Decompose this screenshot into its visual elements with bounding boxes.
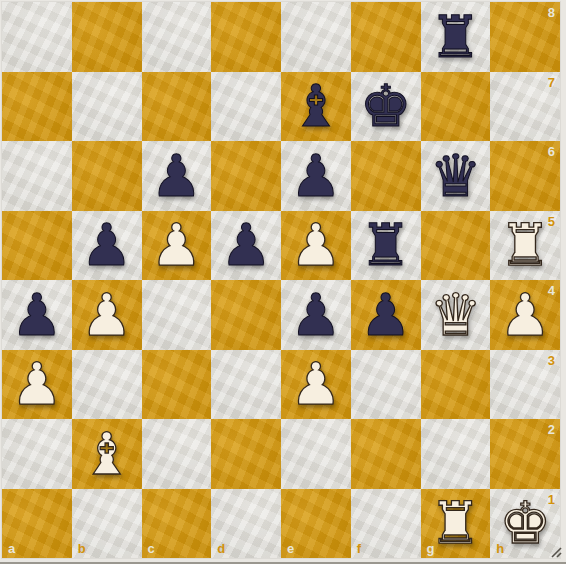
square-e6[interactable]: ♟ xyxy=(281,141,351,211)
rank-label-6: 6 xyxy=(548,145,555,158)
square-c2[interactable] xyxy=(142,419,212,489)
square-g5[interactable] xyxy=(421,211,491,281)
piece-black-pawn[interactable]: ♟ xyxy=(290,147,342,205)
file-label-a: a xyxy=(8,542,15,555)
square-a3[interactable]: ♟ xyxy=(2,350,72,420)
rank-label-3: 3 xyxy=(548,354,555,367)
piece-white-pawn[interactable]: ♟ xyxy=(150,216,202,274)
square-d5[interactable]: ♟ xyxy=(211,211,281,281)
piece-white-pawn[interactable]: ♟ xyxy=(290,355,342,413)
square-a6[interactable] xyxy=(2,141,72,211)
square-e4[interactable]: ♟ xyxy=(281,280,351,350)
square-g6[interactable]: ♛ xyxy=(421,141,491,211)
square-b5[interactable]: ♟ xyxy=(72,211,142,281)
file-label-b: b xyxy=(78,542,86,555)
square-d4[interactable] xyxy=(211,280,281,350)
piece-black-pawn[interactable]: ♟ xyxy=(150,147,202,205)
square-f4[interactable]: ♟ xyxy=(351,280,421,350)
square-d7[interactable] xyxy=(211,72,281,142)
piece-white-pawn[interactable]: ♟ xyxy=(499,286,551,344)
square-a2[interactable] xyxy=(2,419,72,489)
square-e2[interactable] xyxy=(281,419,351,489)
square-h4[interactable]: ♟4 xyxy=(490,280,560,350)
square-h8[interactable]: 8 xyxy=(490,2,560,72)
file-label-e: e xyxy=(287,542,294,555)
square-f5[interactable]: ♜ xyxy=(351,211,421,281)
square-e5[interactable]: ♟ xyxy=(281,211,351,281)
chess-board: ♜8♝♚7♟♟♛6♟♟♟♟♜♜5♟♟♟♟♛♟4♟♟3♝2abcdef♜g♚1h xyxy=(2,2,560,558)
square-h6[interactable]: 6 xyxy=(490,141,560,211)
square-g7[interactable] xyxy=(421,72,491,142)
file-label-c: c xyxy=(148,542,155,555)
file-label-d: d xyxy=(217,542,225,555)
rank-label-7: 7 xyxy=(548,76,555,89)
square-b7[interactable] xyxy=(72,72,142,142)
square-d3[interactable] xyxy=(211,350,281,420)
square-c5[interactable]: ♟ xyxy=(142,211,212,281)
square-f1[interactable]: f xyxy=(351,489,421,559)
piece-white-rook[interactable]: ♜ xyxy=(429,494,481,552)
square-h3[interactable]: 3 xyxy=(490,350,560,420)
square-g3[interactable] xyxy=(421,350,491,420)
piece-black-king[interactable]: ♚ xyxy=(360,77,412,135)
square-f2[interactable] xyxy=(351,419,421,489)
rank-label-8: 8 xyxy=(548,6,555,19)
square-g1[interactable]: ♜g xyxy=(421,489,491,559)
square-f6[interactable] xyxy=(351,141,421,211)
square-e7[interactable]: ♝ xyxy=(281,72,351,142)
piece-black-rook[interactable]: ♜ xyxy=(360,216,412,274)
square-f3[interactable] xyxy=(351,350,421,420)
square-e1[interactable]: e xyxy=(281,489,351,559)
piece-white-pawn[interactable]: ♟ xyxy=(11,355,63,413)
square-f8[interactable] xyxy=(351,2,421,72)
square-d2[interactable] xyxy=(211,419,281,489)
piece-black-queen[interactable]: ♛ xyxy=(429,147,481,205)
square-g4[interactable]: ♛ xyxy=(421,280,491,350)
square-a4[interactable]: ♟ xyxy=(2,280,72,350)
square-a5[interactable] xyxy=(2,211,72,281)
square-h2[interactable]: 2 xyxy=(490,419,560,489)
piece-black-bishop[interactable]: ♝ xyxy=(290,77,342,135)
square-h7[interactable]: 7 xyxy=(490,72,560,142)
square-e8[interactable] xyxy=(281,2,351,72)
chess-app-window: ♜8♝♚7♟♟♛6♟♟♟♟♜♜5♟♟♟♟♛♟4♟♟3♝2abcdef♜g♚1h xyxy=(0,0,566,564)
piece-white-queen[interactable]: ♛ xyxy=(429,286,481,344)
square-b3[interactable] xyxy=(72,350,142,420)
piece-white-king[interactable]: ♚ xyxy=(499,494,551,552)
square-b4[interactable]: ♟ xyxy=(72,280,142,350)
square-g8[interactable]: ♜ xyxy=(421,2,491,72)
square-e3[interactable]: ♟ xyxy=(281,350,351,420)
square-c1[interactable]: c xyxy=(142,489,212,559)
square-d8[interactable] xyxy=(211,2,281,72)
square-c7[interactable] xyxy=(142,72,212,142)
piece-black-pawn[interactable]: ♟ xyxy=(360,286,412,344)
square-f7[interactable]: ♚ xyxy=(351,72,421,142)
square-b8[interactable] xyxy=(72,2,142,72)
piece-black-pawn[interactable]: ♟ xyxy=(290,286,342,344)
piece-black-pawn[interactable]: ♟ xyxy=(81,216,133,274)
square-g2[interactable] xyxy=(421,419,491,489)
piece-black-rook[interactable]: ♜ xyxy=(429,8,481,66)
piece-white-pawn[interactable]: ♟ xyxy=(290,216,342,274)
piece-black-pawn[interactable]: ♟ xyxy=(220,216,272,274)
square-c4[interactable] xyxy=(142,280,212,350)
rank-label-2: 2 xyxy=(548,423,555,436)
square-d6[interactable] xyxy=(211,141,281,211)
piece-black-pawn[interactable]: ♟ xyxy=(11,286,63,344)
square-b2[interactable]: ♝ xyxy=(72,419,142,489)
square-h5[interactable]: ♜5 xyxy=(490,211,560,281)
square-a8[interactable] xyxy=(2,2,72,72)
square-c8[interactable] xyxy=(142,2,212,72)
square-d1[interactable]: d xyxy=(211,489,281,559)
resize-handle-icon[interactable] xyxy=(548,544,562,558)
piece-white-bishop[interactable]: ♝ xyxy=(81,425,133,483)
square-a1[interactable]: a xyxy=(2,489,72,559)
piece-white-rook[interactable]: ♜ xyxy=(499,216,551,274)
square-b1[interactable]: b xyxy=(72,489,142,559)
square-c3[interactable] xyxy=(142,350,212,420)
square-c6[interactable]: ♟ xyxy=(142,141,212,211)
file-label-f: f xyxy=(357,542,361,555)
square-b6[interactable] xyxy=(72,141,142,211)
square-a7[interactable] xyxy=(2,72,72,142)
piece-white-pawn[interactable]: ♟ xyxy=(81,286,133,344)
